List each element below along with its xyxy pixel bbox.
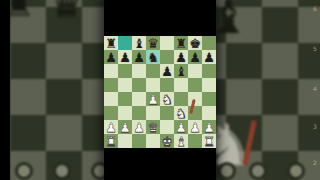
square-b2[interactable]: ♟ bbox=[118, 120, 132, 134]
square-f7[interactable]: ♟ bbox=[174, 50, 188, 64]
square-d7[interactable]: ♞ bbox=[146, 50, 160, 64]
square-f4[interactable] bbox=[174, 92, 188, 106]
square-d4[interactable]: ♟ bbox=[146, 92, 160, 106]
square-f2[interactable]: ♟ bbox=[174, 120, 188, 134]
bg-pawn-head-icon bbox=[15, 162, 33, 180]
piece-white-rook-h1[interactable]: ♜ bbox=[203, 135, 215, 148]
piece-black-pawn-h7[interactable]: ♟ bbox=[203, 51, 215, 64]
square-h8[interactable] bbox=[202, 36, 216, 50]
square-g5[interactable] bbox=[188, 78, 202, 92]
square-b1[interactable] bbox=[118, 134, 132, 148]
square-f6[interactable]: ♝ bbox=[174, 64, 188, 78]
piece-black-knight-d7[interactable]: ♞ bbox=[147, 51, 159, 64]
bg-rank-label: 3 bbox=[313, 124, 317, 130]
square-f8[interactable]: ♜ bbox=[174, 36, 188, 50]
square-f1[interactable]: ♝ bbox=[174, 134, 188, 148]
square-e7[interactable] bbox=[160, 50, 174, 64]
square-f5[interactable] bbox=[174, 78, 188, 92]
square-d5[interactable] bbox=[146, 78, 160, 92]
bg-pawn-head-icon bbox=[287, 162, 305, 180]
square-e6[interactable]: ♟ bbox=[160, 64, 174, 78]
piece-black-king-g8[interactable]: ♚ bbox=[189, 37, 201, 50]
square-a5[interactable] bbox=[104, 78, 118, 92]
square-d3[interactable] bbox=[146, 106, 160, 120]
square-e4[interactable]: ♞ bbox=[160, 92, 174, 106]
square-c2[interactable]: ♟ bbox=[132, 120, 146, 134]
square-c1[interactable] bbox=[132, 134, 146, 148]
square-d6[interactable] bbox=[146, 64, 160, 78]
bg-black-queen-icon: ♛ bbox=[48, 0, 86, 24]
square-a2[interactable]: ♟ bbox=[104, 120, 118, 134]
square-h3[interactable] bbox=[202, 106, 216, 120]
square-a1[interactable]: ♜ bbox=[104, 134, 118, 148]
square-g7[interactable]: ♟ bbox=[188, 50, 202, 64]
square-b7[interactable]: ♟ bbox=[118, 50, 132, 64]
piece-white-pawn-b2[interactable]: ♟ bbox=[119, 121, 131, 134]
piece-white-king-e1[interactable]: ♚ bbox=[161, 135, 173, 148]
square-c5[interactable] bbox=[132, 78, 146, 92]
square-c6[interactable] bbox=[132, 64, 146, 78]
square-g2[interactable]: ♟ bbox=[188, 120, 202, 134]
piece-black-pawn-b7[interactable]: ♟ bbox=[119, 51, 131, 64]
square-a8[interactable]: ♜ bbox=[104, 36, 118, 50]
piece-black-bishop-f6[interactable]: ♝ bbox=[175, 65, 187, 78]
letterbox-top bbox=[104, 0, 216, 36]
square-h5[interactable] bbox=[202, 78, 216, 92]
video-frame: ♜♛♝♞ 65432 ♜♝♛♜♚♟♟♟♞♟♟♟♟♝♟♞♞♟♟♟♛♟♟♟♜♚♝♜ bbox=[0, 0, 320, 180]
square-e1[interactable]: ♚ bbox=[160, 134, 174, 148]
piece-black-pawn-c7[interactable]: ♟ bbox=[133, 51, 145, 64]
piece-white-bishop-f1[interactable]: ♝ bbox=[175, 135, 187, 148]
square-b5[interactable] bbox=[118, 78, 132, 92]
square-h1[interactable]: ♜ bbox=[202, 134, 216, 148]
piece-black-pawn-e6[interactable]: ♟ bbox=[161, 65, 173, 78]
piece-white-knight-e4[interactable]: ♞ bbox=[161, 93, 173, 106]
square-e8[interactable] bbox=[160, 36, 174, 50]
piece-white-pawn-h2[interactable]: ♟ bbox=[203, 121, 215, 134]
square-c4[interactable] bbox=[132, 92, 146, 106]
foreground-panel: ♜♝♛♜♚♟♟♟♞♟♟♟♟♝♟♞♞♟♟♟♛♟♟♟♜♚♝♜ bbox=[104, 0, 216, 180]
square-b8[interactable] bbox=[118, 36, 132, 50]
piece-black-bishop-c8[interactable]: ♝ bbox=[133, 37, 145, 50]
square-c8[interactable]: ♝ bbox=[132, 36, 146, 50]
piece-black-rook-a8[interactable]: ♜ bbox=[105, 37, 117, 50]
square-b3[interactable] bbox=[118, 106, 132, 120]
piece-white-queen-d2[interactable]: ♛ bbox=[147, 121, 159, 134]
bg-pawn-head-icon bbox=[218, 162, 236, 180]
background-left-edge bbox=[0, 0, 10, 180]
square-d8[interactable]: ♛ bbox=[146, 36, 160, 50]
square-a7[interactable]: ♟ bbox=[104, 50, 118, 64]
piece-white-knight-f3[interactable]: ♞ bbox=[175, 107, 187, 120]
piece-black-queen-d8[interactable]: ♛ bbox=[147, 37, 159, 50]
piece-white-pawn-g2[interactable]: ♟ bbox=[189, 121, 201, 134]
square-h6[interactable] bbox=[202, 64, 216, 78]
bg-pawn-head-icon bbox=[53, 162, 71, 180]
square-h4[interactable] bbox=[202, 92, 216, 106]
square-h2[interactable]: ♟ bbox=[202, 120, 216, 134]
square-e2[interactable] bbox=[160, 120, 174, 134]
piece-white-pawn-d4[interactable]: ♟ bbox=[147, 93, 159, 106]
bg-rank-label: 5 bbox=[313, 46, 317, 52]
piece-white-pawn-c2[interactable]: ♟ bbox=[133, 121, 145, 134]
square-a6[interactable] bbox=[104, 64, 118, 78]
square-c7[interactable]: ♟ bbox=[132, 50, 146, 64]
square-b6[interactable] bbox=[118, 64, 132, 78]
piece-black-pawn-a7[interactable]: ♟ bbox=[105, 51, 117, 64]
square-b4[interactable] bbox=[118, 92, 132, 106]
piece-white-pawn-a2[interactable]: ♟ bbox=[105, 121, 117, 134]
piece-white-rook-a1[interactable]: ♜ bbox=[105, 135, 117, 148]
square-g1[interactable] bbox=[188, 134, 202, 148]
piece-black-pawn-f7[interactable]: ♟ bbox=[175, 51, 187, 64]
square-f3[interactable]: ♞ bbox=[174, 106, 188, 120]
piece-black-pawn-g7[interactable]: ♟ bbox=[189, 51, 201, 64]
square-e5[interactable] bbox=[160, 78, 174, 92]
chess-board[interactable]: ♜♝♛♜♚♟♟♟♞♟♟♟♟♝♟♞♞♟♟♟♛♟♟♟♜♚♝♜ bbox=[104, 36, 216, 148]
square-d1[interactable] bbox=[146, 134, 160, 148]
square-h7[interactable]: ♟ bbox=[202, 50, 216, 64]
piece-black-rook-f8[interactable]: ♜ bbox=[175, 37, 187, 50]
bg-rank-label: 6 bbox=[313, 6, 317, 12]
piece-white-pawn-f2[interactable]: ♟ bbox=[175, 121, 187, 134]
square-e3[interactable] bbox=[160, 106, 174, 120]
square-a3[interactable] bbox=[104, 106, 118, 120]
letterbox-bottom bbox=[104, 148, 216, 180]
square-d2[interactable]: ♛ bbox=[146, 120, 160, 134]
bg-rank-label: 4 bbox=[313, 86, 317, 92]
bg-pawn-head-icon bbox=[249, 162, 267, 180]
bg-rank-label: 2 bbox=[313, 160, 317, 166]
square-c3[interactable] bbox=[132, 106, 146, 120]
square-g6[interactable] bbox=[188, 64, 202, 78]
square-a4[interactable] bbox=[104, 92, 118, 106]
square-g8[interactable]: ♚ bbox=[188, 36, 202, 50]
